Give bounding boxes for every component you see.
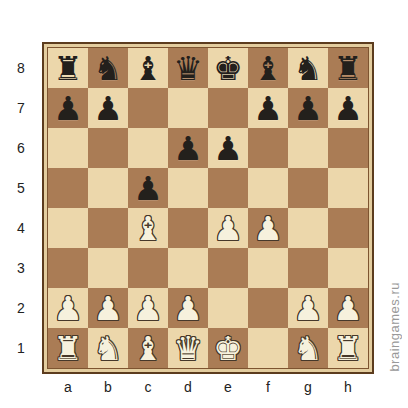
square-d6[interactable]: ♟ (168, 128, 208, 168)
chess-diagram: 87654321 ♜♞♝♛♚♝♞♜♟♟♟♟♟♟♟♟♝♟♟♟♟♟♟♟♟♜♞♝♛♚♞… (0, 0, 408, 408)
piece-white-pawn[interactable]: ♟ (93, 292, 123, 325)
piece-black-rook[interactable]: ♜ (333, 52, 363, 85)
square-f2[interactable] (248, 288, 288, 328)
rank-label-7: 7 (8, 88, 34, 128)
square-f8[interactable]: ♝ (248, 48, 288, 88)
square-c2[interactable]: ♟ (128, 288, 168, 328)
square-g7[interactable]: ♟ (288, 88, 328, 128)
square-h3[interactable] (328, 248, 368, 288)
piece-white-pawn[interactable]: ♟ (333, 292, 363, 325)
piece-white-pawn[interactable]: ♟ (133, 292, 163, 325)
square-d3[interactable] (168, 248, 208, 288)
file-label-d: d (168, 374, 208, 400)
square-c4[interactable]: ♝ (128, 208, 168, 248)
square-d2[interactable]: ♟ (168, 288, 208, 328)
square-g5[interactable] (288, 168, 328, 208)
rank-label-6: 6 (8, 128, 34, 168)
piece-white-pawn[interactable]: ♟ (293, 292, 323, 325)
square-c3[interactable] (128, 248, 168, 288)
piece-black-bishop[interactable]: ♝ (253, 52, 283, 85)
square-a5[interactable] (48, 168, 88, 208)
square-d4[interactable] (168, 208, 208, 248)
square-h7[interactable]: ♟ (328, 88, 368, 128)
square-c5[interactable]: ♟ (128, 168, 168, 208)
square-a4[interactable] (48, 208, 88, 248)
square-c6[interactable] (128, 128, 168, 168)
square-e7[interactable] (208, 88, 248, 128)
piece-white-pawn[interactable]: ♟ (213, 212, 243, 245)
rank-label-8: 8 (8, 48, 34, 88)
file-label-h: h (328, 374, 368, 400)
chess-board[interactable]: ♜♞♝♛♚♝♞♜♟♟♟♟♟♟♟♟♝♟♟♟♟♟♟♟♟♜♞♝♛♚♞♜ (47, 47, 369, 369)
square-b4[interactable] (88, 208, 128, 248)
square-e1[interactable]: ♚ (208, 328, 248, 368)
square-e3[interactable] (208, 248, 248, 288)
square-a8[interactable]: ♜ (48, 48, 88, 88)
square-h2[interactable]: ♟ (328, 288, 368, 328)
square-e6[interactable]: ♟ (208, 128, 248, 168)
piece-black-pawn[interactable]: ♟ (173, 132, 203, 165)
piece-black-bishop[interactable]: ♝ (133, 52, 163, 85)
piece-black-pawn[interactable]: ♟ (293, 92, 323, 125)
square-e4[interactable]: ♟ (208, 208, 248, 248)
square-f3[interactable] (248, 248, 288, 288)
piece-black-knight[interactable]: ♞ (93, 52, 123, 85)
square-e2[interactable] (208, 288, 248, 328)
rank-label-5: 5 (8, 168, 34, 208)
square-g4[interactable] (288, 208, 328, 248)
piece-white-pawn[interactable]: ♟ (173, 292, 203, 325)
piece-black-pawn[interactable]: ♟ (93, 92, 123, 125)
square-f1[interactable] (248, 328, 288, 368)
file-label-c: c (128, 374, 168, 400)
square-b1[interactable]: ♞ (88, 328, 128, 368)
square-g6[interactable] (288, 128, 328, 168)
piece-white-rook[interactable]: ♜ (333, 332, 363, 365)
square-g1[interactable]: ♞ (288, 328, 328, 368)
piece-black-rook[interactable]: ♜ (53, 52, 83, 85)
square-e8[interactable]: ♚ (208, 48, 248, 88)
square-b8[interactable]: ♞ (88, 48, 128, 88)
square-d1[interactable]: ♛ (168, 328, 208, 368)
file-label-e: e (208, 374, 248, 400)
piece-white-bishop[interactable]: ♝ (133, 212, 163, 245)
piece-black-king[interactable]: ♚ (213, 52, 243, 85)
square-h6[interactable] (328, 128, 368, 168)
square-d8[interactable]: ♛ (168, 48, 208, 88)
site-watermark: braingames.ru (387, 282, 402, 372)
piece-black-pawn[interactable]: ♟ (253, 92, 283, 125)
piece-white-knight[interactable]: ♞ (93, 332, 123, 365)
piece-white-knight[interactable]: ♞ (293, 332, 323, 365)
square-c7[interactable] (128, 88, 168, 128)
piece-white-pawn[interactable]: ♟ (53, 292, 83, 325)
rank-label-1: 1 (8, 328, 34, 368)
square-g8[interactable]: ♞ (288, 48, 328, 88)
square-a2[interactable]: ♟ (48, 288, 88, 328)
square-e5[interactable] (208, 168, 248, 208)
rank-label-3: 3 (8, 248, 34, 288)
square-h8[interactable]: ♜ (328, 48, 368, 88)
square-f7[interactable]: ♟ (248, 88, 288, 128)
square-a7[interactable]: ♟ (48, 88, 88, 128)
square-b7[interactable]: ♟ (88, 88, 128, 128)
board-frame: ♜♞♝♛♚♝♞♜♟♟♟♟♟♟♟♟♝♟♟♟♟♟♟♟♟♜♞♝♛♚♞♜ (42, 42, 374, 374)
file-label-f: f (248, 374, 288, 400)
square-a6[interactable] (48, 128, 88, 168)
square-a3[interactable] (48, 248, 88, 288)
square-f5[interactable] (248, 168, 288, 208)
piece-black-pawn[interactable]: ♟ (133, 172, 163, 205)
square-h1[interactable]: ♜ (328, 328, 368, 368)
square-g2[interactable]: ♟ (288, 288, 328, 328)
piece-white-pawn[interactable]: ♟ (253, 212, 283, 245)
square-c8[interactable]: ♝ (128, 48, 168, 88)
square-a1[interactable]: ♜ (48, 328, 88, 368)
square-f6[interactable] (248, 128, 288, 168)
piece-black-knight[interactable]: ♞ (293, 52, 323, 85)
square-g3[interactable] (288, 248, 328, 288)
square-h4[interactable] (328, 208, 368, 248)
square-d7[interactable] (168, 88, 208, 128)
piece-black-pawn[interactable]: ♟ (53, 92, 83, 125)
rank-label-2: 2 (8, 288, 34, 328)
square-f4[interactable]: ♟ (248, 208, 288, 248)
file-label-b: b (88, 374, 128, 400)
square-h5[interactable] (328, 168, 368, 208)
piece-black-pawn[interactable]: ♟ (213, 132, 243, 165)
square-c1[interactable]: ♝ (128, 328, 168, 368)
rank-labels: 87654321 (8, 48, 34, 368)
file-labels: abcdefgh (48, 374, 368, 400)
piece-black-queen[interactable]: ♛ (173, 52, 203, 85)
rank-label-4: 4 (8, 208, 34, 248)
piece-white-king[interactable]: ♚ (213, 332, 243, 365)
piece-white-queen[interactable]: ♛ (173, 332, 203, 365)
square-d5[interactable] (168, 168, 208, 208)
piece-white-rook[interactable]: ♜ (53, 332, 83, 365)
file-label-a: a (48, 374, 88, 400)
square-b6[interactable] (88, 128, 128, 168)
square-b2[interactable]: ♟ (88, 288, 128, 328)
piece-black-pawn[interactable]: ♟ (333, 92, 363, 125)
piece-white-bishop[interactable]: ♝ (133, 332, 163, 365)
file-label-g: g (288, 374, 328, 400)
square-b3[interactable] (88, 248, 128, 288)
square-b5[interactable] (88, 168, 128, 208)
